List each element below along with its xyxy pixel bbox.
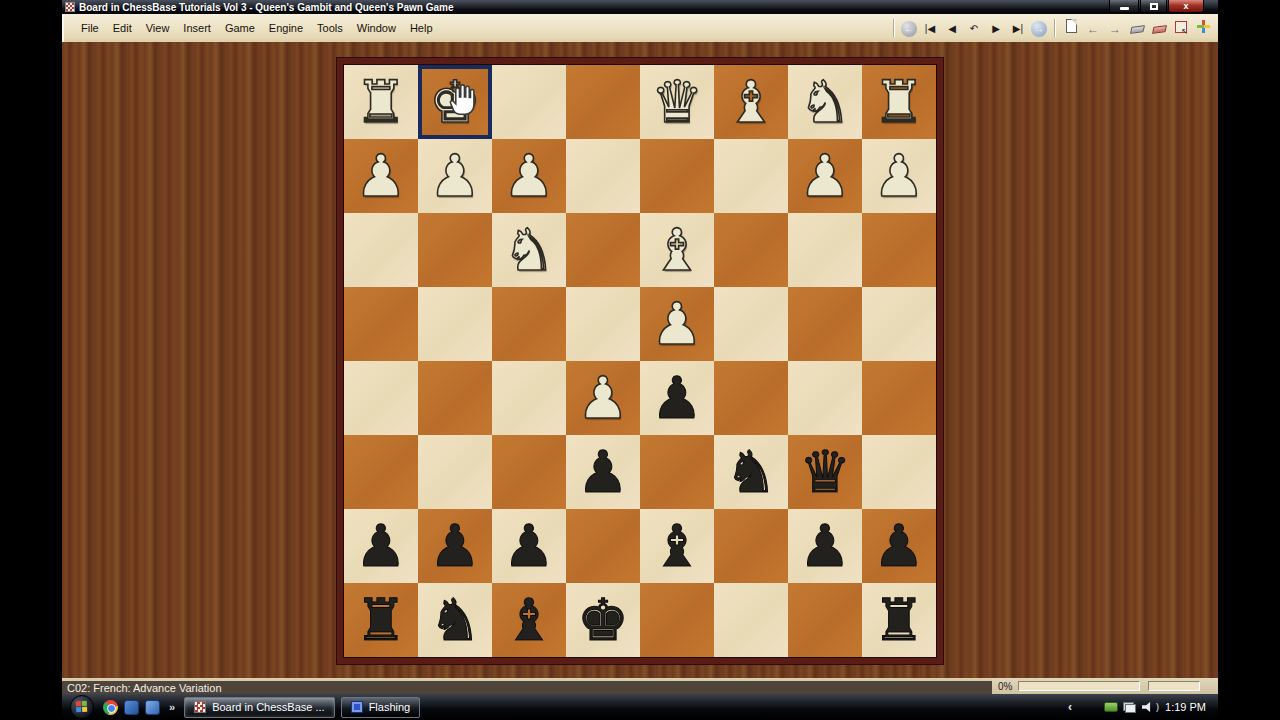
square-a1[interactable]: ♜ <box>862 65 936 139</box>
square-d6[interactable] <box>640 435 714 509</box>
chess-board[interactable]: ♜♚♛♝♞♜♟♟♟♟♟♞♝♟♟♟♟♞♛♟♟♟♝♟♟♜♞♝♚♜ <box>344 65 936 657</box>
black-pawn-b7[interactable]: ♟ <box>799 509 851 583</box>
toolbar-separator <box>893 19 894 37</box>
square-h1[interactable]: ♜ <box>344 65 418 139</box>
square-d8[interactable] <box>640 583 714 657</box>
square-h2[interactable]: ♟ <box>344 139 418 213</box>
menu-insert[interactable]: Insert <box>176 18 218 38</box>
black-pawn-f7[interactable]: ♟ <box>503 509 555 583</box>
takeback-icon[interactable]: ↶ <box>965 20 983 38</box>
square-g5[interactable] <box>418 361 492 435</box>
maximize-button[interactable] <box>1140 0 1167 13</box>
square-f8[interactable]: ♝ <box>492 583 566 657</box>
square-f5[interactable] <box>492 361 566 435</box>
square-c5[interactable] <box>714 361 788 435</box>
square-b2[interactable]: ♟ <box>788 139 862 213</box>
white-knight-b1[interactable]: ♞ <box>799 65 851 139</box>
eco-opening-label: C02: French: Advance Variation <box>67 682 222 694</box>
square-h5[interactable] <box>344 361 418 435</box>
progress-percent: 0% <box>998 681 1012 692</box>
black-queen-b6[interactable]: ♛ <box>799 435 851 509</box>
black-rook-h8[interactable]: ♜ <box>355 583 407 657</box>
white-king-g1[interactable]: ♚ <box>429 65 481 139</box>
progress-bar <box>1018 681 1140 691</box>
black-pawn-e6[interactable]: ♟ <box>577 435 629 509</box>
taskbar: » Board in ChessBase ... Flashing ‹ ) 1:… <box>62 694 1218 720</box>
new-game-icon[interactable] <box>1062 17 1080 35</box>
square-d5[interactable]: ♟ <box>640 361 714 435</box>
white-queen-d1[interactable]: ♛ <box>651 65 703 139</box>
white-pawn-h2[interactable]: ♟ <box>355 139 407 213</box>
square-c8[interactable] <box>714 583 788 657</box>
square-c7[interactable] <box>714 509 788 583</box>
square-e1[interactable] <box>566 65 640 139</box>
system-tray: ‹ ) 1:19 PM <box>1068 698 1214 716</box>
eraser-shape-icon <box>1129 25 1144 34</box>
eraser-red-shape-icon <box>1151 25 1166 34</box>
chessbase-app-icon <box>65 2 75 12</box>
windows-logo-icon <box>76 701 89 714</box>
tray-expand-chevron[interactable]: ‹ <box>1068 700 1072 714</box>
task-button-flashing-label: Flashing <box>369 701 411 713</box>
menu-engine[interactable]: Engine <box>262 18 310 38</box>
square-e7[interactable] <box>566 509 640 583</box>
menu-help[interactable]: Help <box>403 18 440 38</box>
square-f7[interactable]: ♟ <box>492 509 566 583</box>
quick-launch-app2-icon[interactable] <box>145 700 160 715</box>
square-c6[interactable]: ♞ <box>714 435 788 509</box>
color-plus-icon[interactable] <box>1194 18 1212 36</box>
menu-edit[interactable]: Edit <box>106 18 139 38</box>
square-d4[interactable]: ♟ <box>640 287 714 361</box>
square-d3[interactable]: ♝ <box>640 213 714 287</box>
chessbase-window: Board in ChessBase Tutorials Vol 3 - Que… <box>62 0 1218 720</box>
square-f6[interactable] <box>492 435 566 509</box>
square-b1[interactable]: ♞ <box>788 65 862 139</box>
volume-icon[interactable] <box>1142 701 1155 713</box>
last-move-icon[interactable]: ▶| <box>1009 20 1027 38</box>
square-f3[interactable]: ♞ <box>492 213 566 287</box>
page-icon <box>1066 19 1077 33</box>
history-forward-circle-icon[interactable]: → <box>1031 21 1047 37</box>
square-f2[interactable]: ♟ <box>492 139 566 213</box>
chrome-icon[interactable] <box>103 700 118 715</box>
black-knight-g8[interactable]: ♞ <box>429 583 481 657</box>
previous-move-icon[interactable]: ◀ <box>943 20 961 38</box>
progress-bar-secondary <box>1148 681 1200 691</box>
square-f4[interactable] <box>492 287 566 361</box>
square-e2[interactable] <box>566 139 640 213</box>
square-g7[interactable]: ♟ <box>418 509 492 583</box>
title-bar: Board in ChessBase Tutorials Vol 3 - Que… <box>62 0 1218 14</box>
square-g6[interactable] <box>418 435 492 509</box>
white-pawn-f2[interactable]: ♟ <box>503 139 555 213</box>
square-e4[interactable] <box>566 287 640 361</box>
white-bishop-c1[interactable]: ♝ <box>725 65 777 139</box>
square-c1[interactable]: ♝ <box>714 65 788 139</box>
volume-waves-icon: ) <box>1156 702 1159 712</box>
square-a7[interactable]: ♟ <box>862 509 936 583</box>
plus-shape-icon <box>1197 20 1210 33</box>
square-e5[interactable]: ♟ <box>566 361 640 435</box>
square-a2[interactable]: ♟ <box>862 139 936 213</box>
start-button[interactable] <box>70 695 94 719</box>
white-pawn-e5[interactable]: ♟ <box>577 361 629 435</box>
white-knight-f3[interactable]: ♞ <box>503 213 555 287</box>
white-pawn-g2[interactable]: ♟ <box>429 139 481 213</box>
history-back-circle-icon[interactable]: ← <box>901 21 917 37</box>
black-pawn-a7[interactable]: ♟ <box>873 509 925 583</box>
white-pawn-d4[interactable]: ♟ <box>651 287 703 361</box>
menu-tools[interactable]: Tools <box>310 18 350 38</box>
square-h8[interactable]: ♜ <box>344 583 418 657</box>
square-g8[interactable]: ♞ <box>418 583 492 657</box>
square-c4[interactable] <box>714 287 788 361</box>
menus: File Edit View Insert Game Engine Tools … <box>74 18 440 38</box>
arrow-left-icon[interactable]: ← <box>1084 20 1102 38</box>
menu-file[interactable]: File <box>74 18 106 38</box>
minimize-icon <box>1120 7 1129 10</box>
black-pawn-g7[interactable]: ♟ <box>429 509 481 583</box>
black-pawn-d5[interactable]: ♟ <box>651 361 703 435</box>
square-b3[interactable] <box>788 213 862 287</box>
square-g1[interactable]: ♚ <box>418 65 492 139</box>
square-d7[interactable]: ♝ <box>640 509 714 583</box>
network-icon[interactable] <box>1123 702 1136 713</box>
first-move-icon[interactable]: |◀ <box>921 20 939 38</box>
square-c2[interactable] <box>714 139 788 213</box>
square-h3[interactable] <box>344 213 418 287</box>
menu-game[interactable]: Game <box>218 18 262 38</box>
flash-board-icon[interactable] <box>1172 18 1190 36</box>
square-b8[interactable] <box>788 583 862 657</box>
white-bishop-d3[interactable]: ♝ <box>651 213 703 287</box>
arrow-right-icon[interactable]: → <box>1106 20 1124 38</box>
menu-view[interactable]: View <box>139 18 177 38</box>
square-d2[interactable] <box>640 139 714 213</box>
menu-bar: File Edit View Insert Game Engine Tools … <box>62 14 1218 42</box>
square-e6[interactable]: ♟ <box>566 435 640 509</box>
window-controls: x <box>1108 0 1204 13</box>
chess-board-frame: ♜♚♛♝♞♜♟♟♟♟♟♞♝♟♟♟♟♞♛♟♟♟♝♟♟♜♞♝♚♜ <box>336 57 944 665</box>
task-button-flashing[interactable]: Flashing <box>341 697 421 718</box>
status-progress-panel: 0% <box>992 678 1218 694</box>
square-g2[interactable]: ♟ <box>418 139 492 213</box>
square-e3[interactable] <box>566 213 640 287</box>
black-bishop-f8[interactable]: ♝ <box>503 583 555 657</box>
task-button-chessbase-label: Board in ChessBase ... <box>212 701 325 713</box>
eraser-icon[interactable] <box>1128 21 1146 39</box>
black-king-e8[interactable]: ♚ <box>577 583 629 657</box>
white-rook-a1[interactable]: ♜ <box>873 65 925 139</box>
task-button-chessbase[interactable]: Board in ChessBase ... <box>184 697 335 718</box>
screen: Board in ChessBase Tutorials Vol 3 - Que… <box>0 0 1280 720</box>
square-e8[interactable]: ♚ <box>566 583 640 657</box>
black-bishop-d7[interactable]: ♝ <box>651 509 703 583</box>
black-pawn-h7[interactable]: ♟ <box>355 509 407 583</box>
square-b4[interactable] <box>788 287 862 361</box>
next-move-icon[interactable]: ▶ <box>987 20 1005 38</box>
power-icon[interactable] <box>1104 702 1118 712</box>
square-h4[interactable] <box>344 287 418 361</box>
close-icon: x <box>1183 2 1188 11</box>
eraser-red-icon[interactable] <box>1150 21 1168 39</box>
window-title: Board in ChessBase Tutorials Vol 3 - Que… <box>79 2 453 13</box>
square-f1[interactable] <box>492 65 566 139</box>
maximize-icon <box>1150 3 1158 10</box>
toolbar-separator <box>1054 19 1055 37</box>
black-rook-a8[interactable]: ♜ <box>873 583 925 657</box>
square-h7[interactable]: ♟ <box>344 509 418 583</box>
white-pawn-a2[interactable]: ♟ <box>873 139 925 213</box>
square-h6[interactable] <box>344 435 418 509</box>
white-pawn-b2[interactable]: ♟ <box>799 139 851 213</box>
square-a6[interactable] <box>862 435 936 509</box>
menu-window[interactable]: Window <box>350 18 403 38</box>
flashing-task-icon <box>351 701 363 713</box>
square-a5[interactable] <box>862 361 936 435</box>
square-b5[interactable] <box>788 361 862 435</box>
status-bar: C02: French: Advance Variation 0% <box>62 678 1218 694</box>
square-b6[interactable]: ♛ <box>788 435 862 509</box>
flash-shape-icon <box>1175 21 1187 33</box>
black-knight-c6[interactable]: ♞ <box>725 435 777 509</box>
close-button[interactable]: x <box>1168 0 1204 13</box>
chessboard-task-icon <box>194 701 206 713</box>
quick-launch-app-icon[interactable] <box>124 700 139 715</box>
square-g4[interactable] <box>418 287 492 361</box>
taskbar-clock: 1:19 PM <box>1165 701 1206 713</box>
square-c3[interactable] <box>714 213 788 287</box>
white-rook-h1[interactable]: ♜ <box>355 65 407 139</box>
square-a3[interactable] <box>862 213 936 287</box>
board-window-background: ♜♚♛♝♞♜♟♟♟♟♟♞♝♟♟♟♟♞♛♟♟♟♝♟♟♜♞♝♚♜ <box>62 42 1218 678</box>
quick-launch-overflow-chevron[interactable]: » <box>169 701 175 713</box>
square-a8[interactable]: ♜ <box>862 583 936 657</box>
square-b7[interactable]: ♟ <box>788 509 862 583</box>
minimize-button[interactable] <box>1109 0 1139 13</box>
square-g3[interactable] <box>418 213 492 287</box>
square-a4[interactable] <box>862 287 936 361</box>
square-d1[interactable]: ♛ <box>640 65 714 139</box>
toolbar: ←|◀◀↶▶▶|→ ←→ <box>888 14 1214 42</box>
